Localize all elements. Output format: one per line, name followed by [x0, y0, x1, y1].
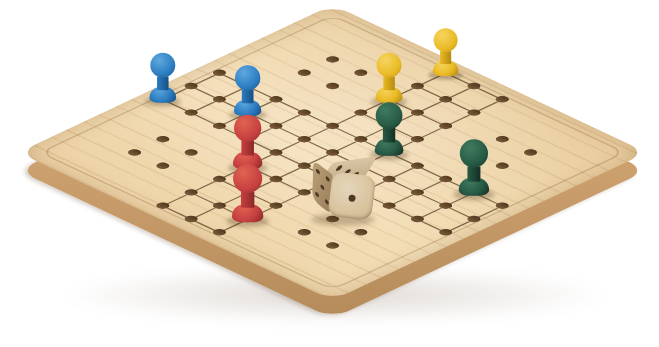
- peg-head: [150, 53, 175, 78]
- peg-yellow-5[interactable]: [375, 53, 404, 103]
- peg-green-6[interactable]: [374, 102, 405, 156]
- die-pip: [348, 194, 356, 202]
- peg-waist: [241, 192, 254, 208]
- peg-yellow-4[interactable]: [432, 28, 460, 76]
- die[interactable]: [311, 160, 377, 220]
- die-pip: [316, 168, 320, 175]
- peg-blue-1[interactable]: [233, 65, 262, 116]
- peg-head: [376, 102, 403, 129]
- peg-blue-0[interactable]: [148, 53, 177, 103]
- scene: [0, 0, 659, 347]
- peg-head: [460, 139, 488, 167]
- die-pip: [320, 183, 324, 190]
- board-top: [18, 5, 647, 301]
- peg-waist: [157, 76, 168, 89]
- peg-green-7[interactable]: [458, 139, 491, 195]
- peg-waist: [383, 128, 395, 142]
- peg-red-2[interactable]: [232, 114, 263, 168]
- peg-head: [434, 28, 458, 52]
- peg-waist: [383, 76, 394, 89]
- die-pip: [325, 175, 329, 182]
- die-face-front: [327, 171, 376, 221]
- peg-head: [233, 164, 262, 193]
- die-pip: [334, 165, 342, 171]
- peg-waist: [242, 89, 254, 103]
- peg-waist: [467, 166, 480, 181]
- peg-red-3[interactable]: [231, 164, 265, 222]
- die-pip: [315, 191, 319, 198]
- peg-waist: [241, 140, 254, 155]
- peg-head: [235, 65, 260, 90]
- peg-head: [234, 114, 261, 141]
- peg-head: [377, 53, 402, 78]
- peg-waist: [440, 51, 451, 64]
